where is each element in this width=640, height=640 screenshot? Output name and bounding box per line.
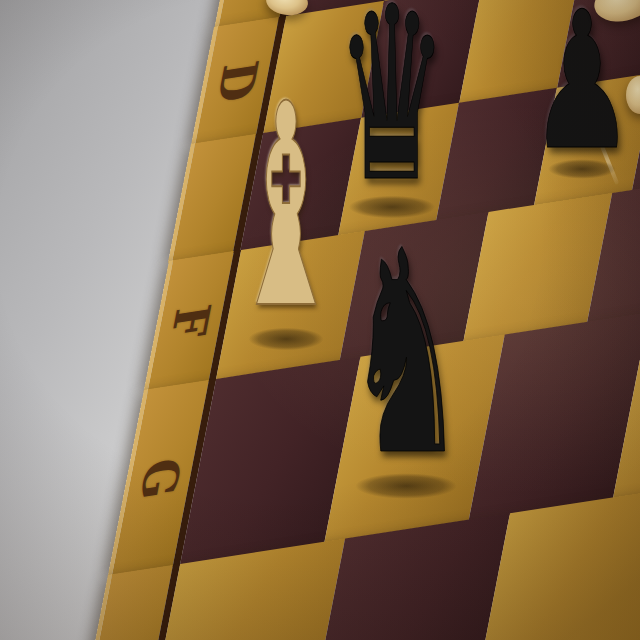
pawn-glyph: ♟ — [530, 8, 636, 156]
black-knight-g2[interactable]: ♞ — [280, 214, 531, 494]
black-pawn-e4[interactable]: ♟ — [497, 0, 640, 177]
border-strip-h — [74, 564, 180, 640]
chess-photo-scene: DFG ♝♛♟♞ — [0, 0, 640, 640]
file-label-g: G — [132, 455, 187, 502]
knight-glyph: ♞ — [345, 245, 465, 463]
